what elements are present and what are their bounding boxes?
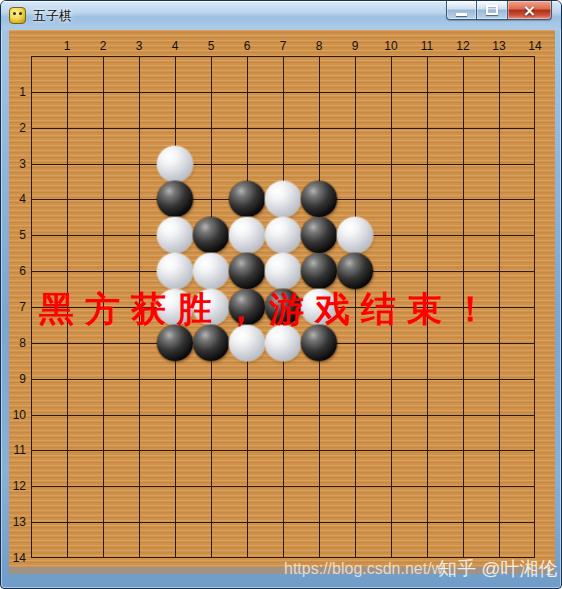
grid-line-horizontal (32, 450, 534, 451)
row-label-7: 7 (9, 300, 26, 314)
row-label-11: 11 (9, 443, 26, 457)
row-label-4: 4 (9, 192, 26, 206)
col-label-1: 1 (55, 39, 79, 53)
grid-line-horizontal (32, 128, 534, 129)
app-window: 五子棋 × 黑方获胜，游戏结束！ 12345678910111213141234… (0, 0, 562, 589)
grid-line-horizontal (32, 415, 534, 416)
col-label-2: 2 (91, 39, 115, 53)
grid-line-horizontal (32, 164, 534, 165)
row-label-6: 6 (9, 264, 26, 278)
grid-line-horizontal (32, 92, 534, 93)
col-label-4: 4 (163, 39, 187, 53)
close-icon: × (523, 2, 536, 19)
grid-line-horizontal (32, 379, 534, 380)
row-label-10: 10 (9, 408, 26, 422)
col-label-5: 5 (199, 39, 223, 53)
row-label-12: 12 (9, 479, 26, 493)
col-label-8: 8 (307, 39, 331, 53)
col-label-6: 6 (235, 39, 259, 53)
grid-line-horizontal (32, 486, 534, 487)
col-label-3: 3 (127, 39, 151, 53)
col-label-9: 9 (343, 39, 367, 53)
col-label-12: 12 (451, 39, 475, 53)
row-label-14: 14 (9, 551, 26, 565)
stone-black (229, 253, 265, 289)
stone-white (157, 146, 193, 182)
window-controls: × (446, 1, 552, 20)
col-label-10: 10 (379, 39, 403, 53)
stone-black (301, 253, 337, 289)
row-label-8: 8 (9, 336, 26, 350)
col-label-7: 7 (271, 39, 295, 53)
row-label-9: 9 (9, 372, 26, 386)
maximize-icon (486, 5, 498, 15)
col-label-11: 11 (415, 39, 439, 53)
grid-line-horizontal (32, 522, 534, 523)
stone-white (157, 253, 193, 289)
window-title: 五子棋 (33, 7, 72, 25)
watermark-zhihu: 知乎 @叶湘伦 (438, 556, 558, 582)
stone-black (337, 253, 373, 289)
minimize-button[interactable] (446, 1, 477, 20)
app-icon (9, 7, 26, 24)
watermark-csdn: https://blog.csdn.net/w (284, 560, 443, 578)
maximize-button[interactable] (477, 1, 507, 20)
row-label-5: 5 (9, 228, 26, 242)
win-message: 黑方获胜，游戏结束！ (39, 286, 499, 333)
stone-white (193, 253, 229, 289)
minimize-icon (456, 13, 467, 16)
row-label-1: 1 (9, 85, 26, 99)
row-label-2: 2 (9, 121, 26, 135)
watermark-tail: 1 (545, 561, 553, 578)
stone-white (265, 253, 301, 289)
row-label-13: 13 (9, 515, 26, 529)
col-label-14: 14 (523, 39, 547, 53)
titlebar[interactable]: 五子棋 × (1, 1, 561, 30)
col-label-13: 13 (487, 39, 511, 53)
row-label-3: 3 (9, 157, 26, 171)
board-canvas[interactable]: 黑方获胜，游戏结束！ 12345678910111213141234567891… (9, 30, 555, 567)
close-button[interactable]: × (507, 1, 552, 20)
